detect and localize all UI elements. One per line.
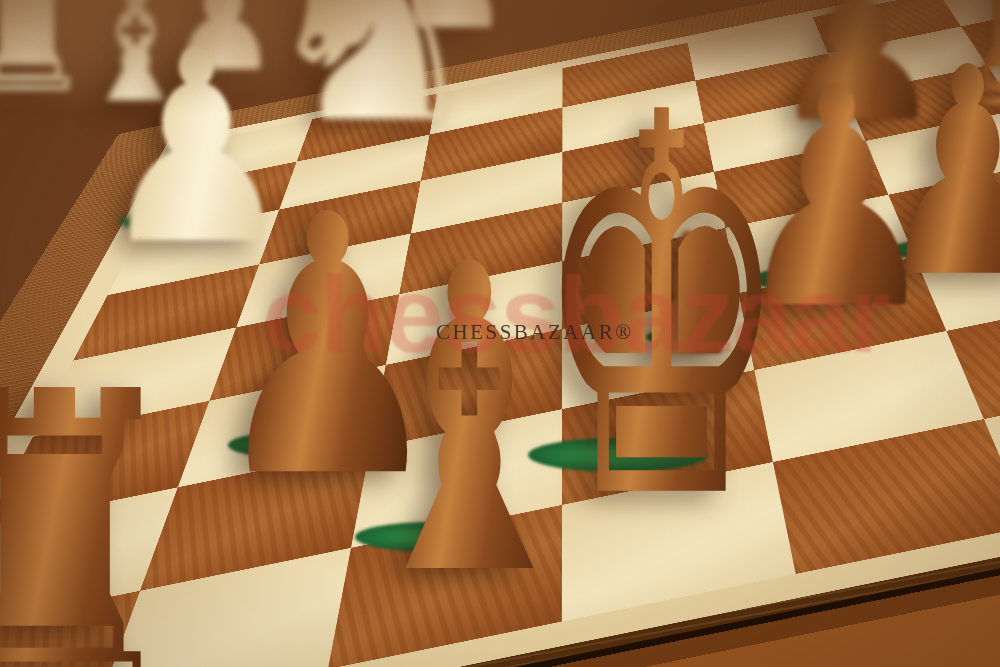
photo-stage: ♜ ♟ ♝ ♚ ♟ ♟ ♟ ♟ ♜ ♜ ♝ ♟ ♞ ♟ ♟ chessbazaa…	[0, 0, 1000, 667]
piece-black-bishop-d3: ♝	[347, 330, 592, 603]
piece-black-rook-a1: ♜	[0, 433, 185, 667]
